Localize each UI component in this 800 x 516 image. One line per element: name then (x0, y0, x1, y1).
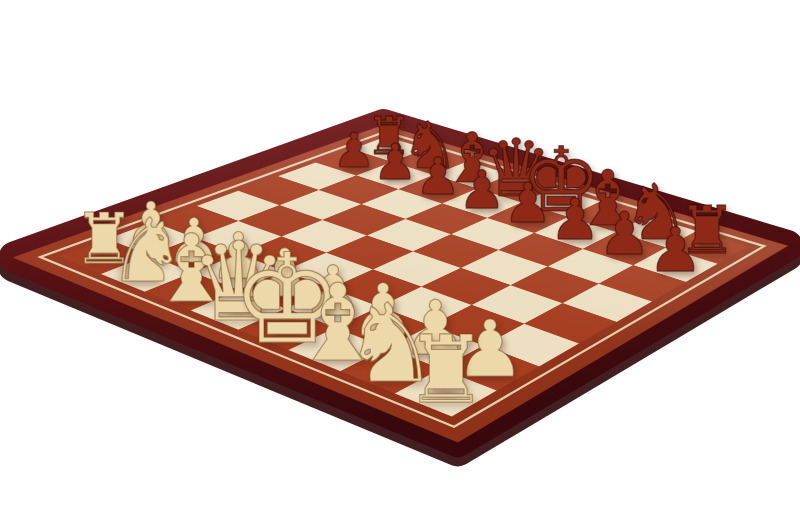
chess-board (0, 0, 800, 516)
chess-set-photo: ♜♞♟♝♟♛♟♚♟♝♟♞♟♟♜♟♟♜♟♟♞♟♝♟♛♟♚♟♝♟♞♜ (0, 0, 800, 516)
board-sheen (15, 125, 787, 441)
